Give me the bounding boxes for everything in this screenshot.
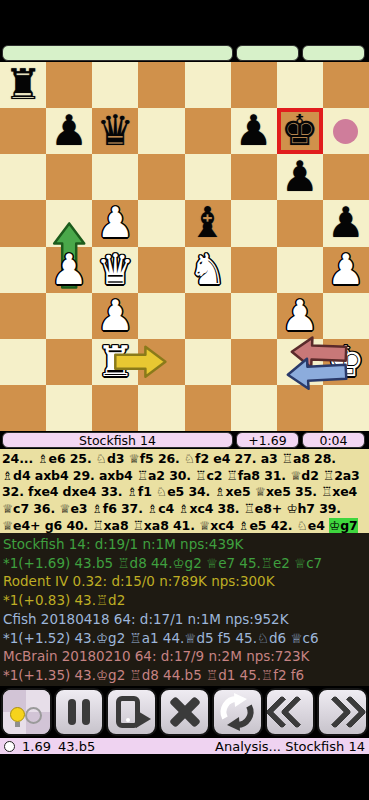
square-d6[interactable]	[138, 154, 184, 200]
back-button[interactable]	[265, 688, 316, 736]
square-a7[interactable]	[0, 108, 46, 154]
black-pawn-piece: ♟	[327, 200, 365, 246]
device-arrow-icon	[136, 710, 151, 728]
white-pawn-piece: ♟	[50, 247, 88, 293]
status-bestmove: 43.b5	[58, 739, 95, 754]
square-b7[interactable]: ♟	[46, 108, 92, 154]
square-g2[interactable]	[277, 339, 323, 385]
hint-button[interactable]	[1, 688, 52, 736]
moves-text: 24... ♗e6 25. ♘d3 ♕f5 26. ♘f2 e4 27. a3 …	[2, 451, 360, 533]
square-e1[interactable]	[185, 385, 231, 431]
engine-header-2: Cfish 20180418 64: d:17/1 n:1M nps:952K	[3, 610, 366, 629]
square-h6[interactable]	[323, 154, 369, 200]
black-bishop-piece: ♝	[189, 200, 227, 246]
square-f4[interactable]	[231, 247, 277, 293]
square-d1[interactable]	[138, 385, 184, 431]
move-now-button[interactable]	[106, 688, 157, 736]
player-clock-row	[0, 44, 369, 62]
square-c2[interactable]: ♜	[92, 339, 138, 385]
clock-bar-right[interactable]	[302, 45, 365, 61]
bottom-status-bar: 1.69 43.b5 Analysis... Stockfish 14	[0, 738, 369, 754]
white-pawn-piece: ♟	[96, 200, 134, 246]
circle-icon	[25, 707, 42, 724]
white-king-piece: ♚	[327, 339, 365, 385]
square-b4[interactable]: ♟	[46, 247, 92, 293]
square-g6[interactable]: ♟	[277, 154, 323, 200]
square-e3[interactable]	[185, 293, 231, 339]
black-pawn-piece: ♟	[50, 108, 88, 154]
board-grid[interactable]: ♜♟♛♟♚♟♟♝♟♟♛♞♟♟♟♜♚	[0, 62, 369, 431]
square-f1[interactable]	[231, 385, 277, 431]
square-h1[interactable]	[323, 385, 369, 431]
black-queen-piece: ♛	[96, 108, 134, 154]
square-c5[interactable]: ♟	[92, 200, 138, 246]
square-d7[interactable]	[138, 108, 184, 154]
square-c4[interactable]: ♛	[92, 247, 138, 293]
square-g1[interactable]	[277, 385, 323, 431]
square-a4[interactable]	[0, 247, 46, 293]
pause-icon	[82, 699, 90, 725]
square-c8[interactable]	[92, 62, 138, 108]
square-c1[interactable]	[92, 385, 138, 431]
white-pawn-piece: ♟	[327, 247, 365, 293]
time-bar[interactable]: 0:04	[302, 432, 365, 448]
chess-board[interactable]: ♜♟♛♟♚♟♟♝♟♟♛♞♟♟♟♜♚	[0, 62, 369, 431]
move-list[interactable]: 24... ♗e6 25. ♘d3 ♕f5 26. ♘f2 e4 27. a3 …	[0, 449, 369, 533]
square-g8[interactable]	[277, 62, 323, 108]
engine-header-0: Stockfish 14: d:19/1 n:1M nps:439K	[3, 535, 366, 554]
square-d8[interactable]	[138, 62, 184, 108]
square-e4[interactable]: ♞	[185, 247, 231, 293]
clock-bar-left[interactable]	[236, 45, 299, 61]
status-left: 1.69 43.b5	[4, 739, 95, 754]
lightbulb-icon	[10, 707, 25, 722]
square-f5[interactable]	[231, 200, 277, 246]
engine-name-bar[interactable]: Stockfish 14	[2, 432, 233, 448]
square-a6[interactable]	[0, 154, 46, 200]
square-g4[interactable]	[277, 247, 323, 293]
white-to-move-icon	[4, 741, 15, 752]
white-pawn-piece: ♟	[96, 293, 134, 339]
engine-pv-0: *1(+1.69) 43.b5 ♖d8 44.♔g2 ♕e7 45.♖e2 ♕c…	[3, 554, 366, 573]
square-f7[interactable]: ♟	[231, 108, 277, 154]
black-king-piece: ♚	[281, 108, 319, 154]
square-e8[interactable]	[185, 62, 231, 108]
square-b5[interactable]	[46, 200, 92, 246]
engine-pv-2: *1(+1.52) 43.♔g2 ♖a1 44.♕d5 f5 45.♘d6 ♕c…	[3, 629, 366, 648]
square-h7[interactable]	[323, 108, 369, 154]
stop-button[interactable]	[159, 688, 210, 736]
pause-button[interactable]	[54, 688, 105, 736]
square-e6[interactable]	[185, 154, 231, 200]
square-h2[interactable]: ♚	[323, 339, 369, 385]
square-c3[interactable]: ♟	[92, 293, 138, 339]
rotate-icon	[217, 692, 257, 732]
square-g5[interactable]	[277, 200, 323, 246]
square-h8[interactable]	[323, 62, 369, 108]
black-pawn-piece: ♟	[235, 108, 273, 154]
square-b8[interactable]	[46, 62, 92, 108]
eval-bar[interactable]: +1.69	[236, 432, 299, 448]
engine-info-row: Stockfish 14 +1.69 0:04	[0, 431, 369, 449]
square-e5[interactable]: ♝	[185, 200, 231, 246]
square-a8[interactable]: ♜	[0, 62, 46, 108]
square-b3[interactable]	[46, 293, 92, 339]
square-f3[interactable]	[231, 293, 277, 339]
square-h5[interactable]: ♟	[323, 200, 369, 246]
square-a2[interactable]	[0, 339, 46, 385]
square-g3[interactable]: ♟	[277, 293, 323, 339]
square-b2[interactable]	[46, 339, 92, 385]
square-c7[interactable]: ♛	[92, 108, 138, 154]
square-b6[interactable]	[46, 154, 92, 200]
square-d4[interactable]	[138, 247, 184, 293]
status-eval: 1.69	[22, 739, 51, 754]
square-c6[interactable]	[92, 154, 138, 200]
square-g7[interactable]: ♚	[277, 108, 323, 154]
square-f2[interactable]	[231, 339, 277, 385]
square-d3[interactable]	[138, 293, 184, 339]
square-b1[interactable]	[46, 385, 92, 431]
square-d2[interactable]	[138, 339, 184, 385]
current-move-highlight: ♔g7	[329, 518, 358, 533]
square-a3[interactable]	[0, 293, 46, 339]
square-d5[interactable]	[138, 200, 184, 246]
square-h3[interactable]	[323, 293, 369, 339]
white-pawn-piece: ♟	[281, 293, 319, 339]
square-h4[interactable]: ♟	[323, 247, 369, 293]
rotate-button[interactable]	[212, 688, 263, 736]
white-rook-piece: ♜	[96, 339, 134, 385]
white-knight-piece: ♞	[189, 247, 227, 293]
forward-button[interactable]	[317, 688, 368, 736]
black-pawn-piece: ♟	[281, 154, 319, 200]
square-e2[interactable]	[185, 339, 231, 385]
status-mode-text: Analysis... Stockfish 14	[215, 739, 365, 754]
square-f8[interactable]	[231, 62, 277, 108]
black-rook-piece: ♜	[4, 62, 42, 108]
chess-app: ♜♟♛♟♚♟♟♝♟♟♛♞♟♟♟♜♚ Stockfish 14 +1.69 0:0…	[0, 0, 369, 800]
engine-output-panel[interactable]: Stockfish 14: d:19/1 n:1M nps:439K*1(+1.…	[0, 533, 369, 686]
engine-pv-1: *1(+0.83) 43.♖d2	[3, 591, 366, 610]
square-f6[interactable]	[231, 154, 277, 200]
square-a1[interactable]	[0, 385, 46, 431]
white-queen-piece: ♛	[96, 247, 134, 293]
engine-header-1: Rodent IV 0.32: d:15/0 n:789K nps:300K	[3, 572, 366, 591]
square-a5[interactable]	[0, 200, 46, 246]
toolbar	[0, 686, 369, 738]
status-bar-top	[0, 0, 369, 44]
player-name-bar[interactable]	[2, 45, 233, 61]
engine-pv-3: *1(+1.35) 43.♔g2 ♖d8 44.b5 ♖d1 45.♖f2 f6	[3, 666, 366, 685]
engine-header-3: McBrain 20180210 64: d:17/9 n:2M nps:723…	[3, 647, 366, 666]
pause-icon	[68, 699, 76, 725]
square-e7[interactable]	[185, 108, 231, 154]
